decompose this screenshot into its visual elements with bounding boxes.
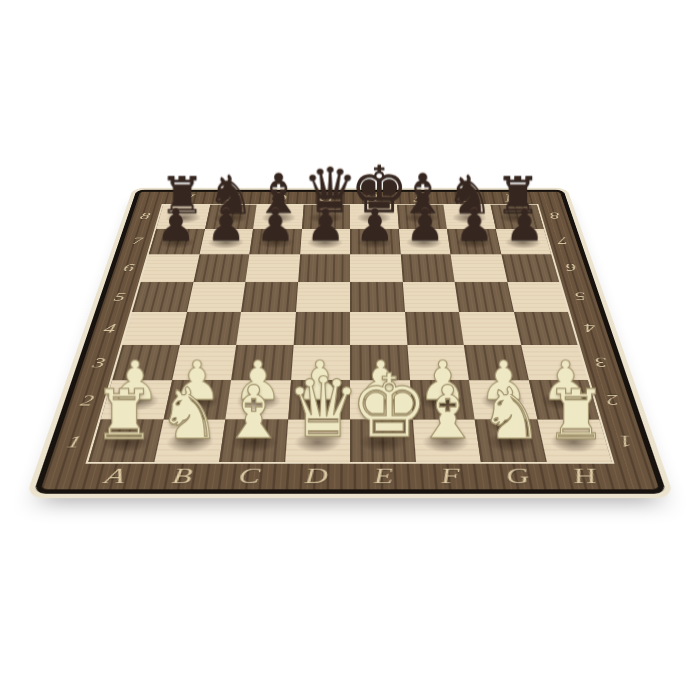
file-label-top-h: H [488,192,538,204]
square-b5[interactable] [187,282,246,312]
file-label-top-c: C [256,192,304,204]
square-h6[interactable] [501,254,559,282]
square-e7[interactable]: ♟ [350,229,400,255]
square-f1[interactable]: ♝ [412,419,481,462]
square-c1[interactable]: ♝ [219,419,288,462]
square-e4[interactable] [350,312,407,345]
square-c6[interactable] [245,254,299,282]
square-d4[interactable] [293,312,350,345]
square-a7[interactable]: ♟ [149,229,205,255]
square-c7[interactable]: ♟ [249,229,301,255]
piece-black-pawn[interactable]: ♟ [300,203,350,247]
square-e1[interactable]: ♚ [350,419,415,462]
square-c5[interactable] [241,282,298,312]
square-d1[interactable]: ♛ [285,419,350,462]
piece-black-pawn[interactable]: ♟ [201,203,251,247]
square-a5[interactable] [132,282,193,312]
square-g1[interactable]: ♞ [475,419,547,462]
square-e5[interactable] [350,282,405,312]
file-label-h: H [548,464,622,490]
square-d6[interactable] [298,254,350,282]
piece-black-pawn[interactable]: ♟ [151,203,201,247]
piece-black-pawn[interactable]: ♟ [251,203,301,247]
chess-board: ABCDEFGH ABCDEFGH 87654321 87654321 ♜♞♝♛… [33,190,667,494]
file-labels-top: ABCDEFGH [162,192,539,204]
square-a4[interactable] [123,312,187,345]
rank-label-right-8: 8 [538,204,572,228]
piece-black-pawn[interactable]: ♟ [400,203,450,247]
piece-white-queen[interactable]: ♛ [286,366,350,449]
piece-white-rook[interactable]: ♜ [92,380,156,449]
page-background: ABCDEFGH ABCDEFGH 87654321 87654321 ♜♞♝♛… [0,0,700,700]
square-h4[interactable] [514,312,578,345]
file-label-c: C [214,464,284,490]
board-perspective-wrapper: ABCDEFGH ABCDEFGH 87654321 87654321 ♜♞♝♛… [33,190,667,494]
square-b1[interactable]: ♞ [154,419,226,462]
file-label-top-g: G [442,192,491,204]
file-label-top-b: B [209,192,258,204]
file-label-b: B [146,464,218,490]
board-squares-grid: ♜♞♝♛♚♝♞♜♟♟♟♟♟♟♟♟♟♟♟♟♟♟♟♟♜♞♝♛♚♝♞♜ [85,204,614,464]
file-label-top-e: E [350,192,397,204]
file-label-top-f: F [396,192,444,204]
square-f4[interactable] [405,312,464,345]
piece-white-rook[interactable]: ♜ [543,380,607,449]
square-f6[interactable] [400,254,454,282]
square-f5[interactable] [402,282,459,312]
square-g4[interactable] [459,312,521,345]
file-labels-bottom: ABCDEFGH [78,464,622,490]
file-label-a: A [78,464,152,490]
file-label-d: D [282,464,350,490]
piece-white-king[interactable]: ♚ [350,361,414,449]
piece-white-bishop[interactable]: ♝ [221,375,285,448]
piece-white-knight[interactable]: ♞ [157,378,221,449]
piece-white-bishop[interactable]: ♝ [414,375,478,448]
square-a1[interactable]: ♜ [88,419,163,462]
piece-black-pawn[interactable]: ♟ [350,203,400,247]
square-c4[interactable] [236,312,295,345]
file-label-e: E [350,464,418,490]
file-label-top-d: D [303,192,350,204]
square-g5[interactable] [455,282,514,312]
square-h1[interactable]: ♜ [537,419,612,462]
file-label-g: G [482,464,554,490]
piece-black-pawn[interactable]: ♟ [449,203,499,247]
square-g6[interactable] [451,254,507,282]
square-b7[interactable]: ♟ [199,229,253,255]
square-g7[interactable]: ♟ [447,229,501,255]
square-b4[interactable] [179,312,241,345]
file-label-f: F [416,464,486,490]
square-d7[interactable]: ♟ [300,229,350,255]
square-a6[interactable] [141,254,199,282]
square-f7[interactable]: ♟ [398,229,450,255]
square-h7[interactable]: ♟ [495,229,551,255]
square-d5[interactable] [296,282,351,312]
piece-white-knight[interactable]: ♞ [479,378,543,449]
square-e6[interactable] [350,254,402,282]
file-label-top-a: A [162,192,212,204]
square-b6[interactable] [193,254,249,282]
square-h5[interactable] [507,282,568,312]
